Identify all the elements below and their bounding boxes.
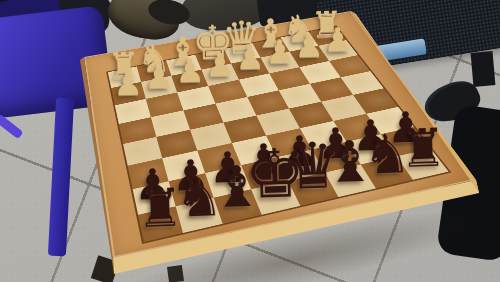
black-rook-h8[interactable]: ♜ (135, 182, 184, 236)
scene: ♜♞♝♛♚♝♞♜♟♟♟♟♟♟♟♟♟♟♟♟♟♟♟♟♜♞♝♛♚♝♞♜ (0, 0, 500, 282)
white-pawn-d2[interactable]: ♟ (235, 42, 265, 76)
white-pawn-f2[interactable]: ♟ (174, 54, 204, 88)
white-pawn-a2[interactable]: ♟ (323, 24, 353, 58)
white-pawn-g2[interactable]: ♟ (144, 61, 174, 95)
white-pawn-e2[interactable]: ♟ (205, 48, 235, 82)
white-pawn-h2[interactable]: ♟ (113, 67, 143, 101)
white-pawn-c2[interactable]: ♟ (264, 36, 294, 70)
white-pawn-b2[interactable]: ♟ (294, 30, 324, 64)
chessboard: ♜♞♝♛♚♝♞♜♟♟♟♟♟♟♟♟♟♟♟♟♟♟♟♟♜♞♝♛♚♝♞♜ (0, 0, 500, 282)
pieces-layer: ♜♞♝♛♚♝♞♜♟♟♟♟♟♟♟♟♟♟♟♟♟♟♟♟♜♞♝♛♚♝♞♜ (0, 0, 500, 282)
